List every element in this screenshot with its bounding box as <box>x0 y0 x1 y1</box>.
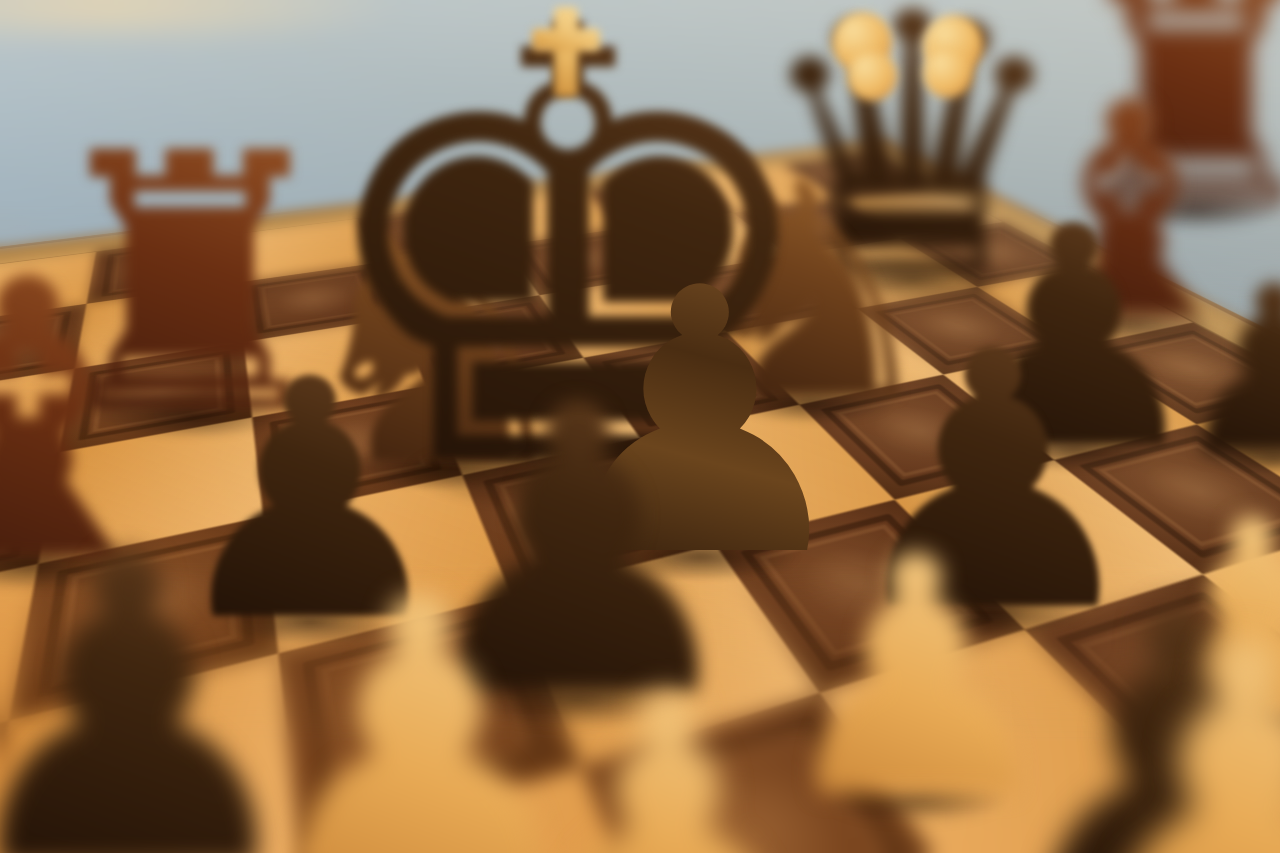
chess-set-photo: ♜♝♞♚♞♛♝♜♟♟♟♟♟♟♟♟♟♟♟♟♟ <box>0 0 1280 853</box>
queen-ball-finial <box>923 48 973 98</box>
king-cross-finial <box>532 7 600 97</box>
cross-horizontal-bar <box>532 29 600 52</box>
white-pawn[interactable]: ♟ <box>516 653 821 853</box>
queen-ball-finial <box>847 51 897 101</box>
black-pawn[interactable]: ♟ <box>1169 255 1280 490</box>
cross-vertical-bar <box>554 7 578 97</box>
pieces-layer: ♜♝♞♚♞♛♝♜♟♟♟♟♟♟♟♟♟♟♟♟♟ <box>0 0 1280 853</box>
white-pawn[interactable]: ♟ <box>1053 588 1280 853</box>
